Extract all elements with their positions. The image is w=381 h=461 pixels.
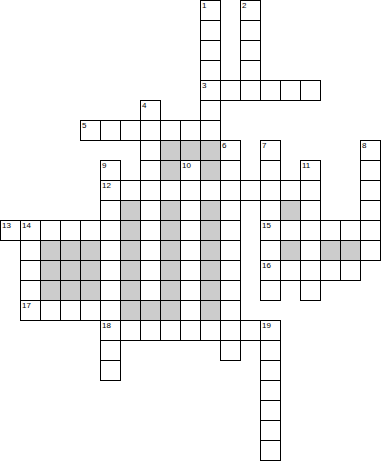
clue-number-1: 1	[202, 1, 206, 10]
cell-r12c13[interactable]	[260, 240, 281, 261]
cell-r14c7[interactable]	[140, 280, 161, 301]
cell-r6c4[interactable]: 5	[80, 120, 101, 141]
cell-r12c1[interactable]	[20, 240, 41, 261]
cell-r18c5[interactable]	[100, 360, 121, 381]
cell-r8c18[interactable]	[360, 160, 381, 181]
cell-r8c11[interactable]	[220, 160, 241, 181]
cell-r16c9[interactable]	[180, 320, 201, 341]
cell-r2c10[interactable]	[200, 40, 221, 61]
cell-r11c7[interactable]	[140, 220, 161, 241]
cell-r11c16[interactable]	[320, 220, 341, 241]
shaded-cell-r12c3	[60, 240, 81, 261]
cell-r7c18[interactable]: 8	[360, 140, 381, 161]
shaded-cell-r14c10	[200, 280, 221, 301]
cell-r11c3[interactable]	[60, 220, 81, 241]
cell-r16c11[interactable]	[220, 320, 241, 341]
cell-r16c13[interactable]: 19	[260, 320, 281, 341]
crossword-page: 12345678910111213141516171819	[0, 0, 381, 461]
cell-r10c15[interactable]	[300, 200, 321, 221]
cell-r10c5[interactable]	[100, 200, 121, 221]
shaded-cell-r12c16	[320, 240, 341, 261]
shaded-cell-r11c6	[120, 220, 141, 241]
cell-r11c4[interactable]	[80, 220, 101, 241]
clue-number-17: 17	[22, 301, 31, 310]
shaded-cell-r7c8	[160, 140, 181, 161]
shaded-cell-r10c14	[280, 200, 301, 221]
cell-r15c4[interactable]	[80, 300, 101, 321]
cell-r2c12[interactable]	[240, 40, 261, 61]
cell-r6c7[interactable]	[140, 120, 161, 141]
shaded-cell-r15c6	[120, 300, 141, 321]
shaded-cell-r13c6	[120, 260, 141, 281]
cell-r9c10[interactable]	[200, 180, 221, 201]
cell-r14c5[interactable]	[100, 280, 121, 301]
shaded-cell-r12c8	[160, 240, 181, 261]
shaded-cell-r14c4	[80, 280, 101, 301]
cell-r15c1[interactable]: 17	[20, 300, 41, 321]
cell-r0c12[interactable]: 2	[240, 0, 261, 21]
shaded-cell-r12c4	[80, 240, 101, 261]
cell-r6c10[interactable]	[200, 120, 221, 141]
cell-r7c11[interactable]: 6	[220, 140, 241, 161]
shaded-cell-r7c10	[200, 140, 221, 161]
cell-r10c9[interactable]	[180, 200, 201, 221]
cell-r12c7[interactable]	[140, 240, 161, 261]
cell-r13c17[interactable]	[340, 260, 361, 281]
cell-r10c18[interactable]	[360, 200, 381, 221]
cell-r1c12[interactable]	[240, 20, 261, 41]
cell-r9c13[interactable]	[260, 180, 281, 201]
cell-r19c13[interactable]	[260, 380, 281, 401]
cell-r15c2[interactable]	[40, 300, 61, 321]
cell-r21c13[interactable]	[260, 420, 281, 441]
cell-r11c9[interactable]	[180, 220, 201, 241]
cell-r15c9[interactable]	[180, 300, 201, 321]
cell-r5c10[interactable]	[200, 100, 221, 121]
cell-r14c13[interactable]	[260, 280, 281, 301]
cell-r13c13[interactable]: 16	[260, 260, 281, 281]
cell-r9c12[interactable]	[240, 180, 261, 201]
cell-r13c16[interactable]	[320, 260, 341, 281]
cell-r4c14[interactable]	[280, 80, 301, 101]
cell-r8c5[interactable]: 9	[100, 160, 121, 181]
cell-r17c11[interactable]	[220, 340, 241, 361]
cell-r4c15[interactable]	[300, 80, 321, 101]
cell-r9c18[interactable]	[360, 180, 381, 201]
cell-r6c5[interactable]	[100, 120, 121, 141]
cell-r12c18[interactable]	[360, 240, 381, 261]
shaded-cell-r15c10	[200, 300, 221, 321]
cell-r11c17[interactable]	[340, 220, 361, 241]
cell-r4c13[interactable]	[260, 80, 281, 101]
shaded-cell-r12c10	[200, 240, 221, 261]
shaded-cell-r12c14	[280, 240, 301, 261]
shaded-cell-r11c8	[160, 220, 181, 241]
shaded-cell-r15c7	[140, 300, 161, 321]
clue-number-13: 13	[2, 221, 11, 230]
cell-r4c10[interactable]: 3	[200, 80, 221, 101]
cell-r13c11[interactable]	[220, 260, 241, 281]
cell-r8c13[interactable]	[260, 160, 281, 181]
cell-r1c10[interactable]	[200, 20, 221, 41]
shaded-cell-r14c8	[160, 280, 181, 301]
cell-r9c11[interactable]	[220, 180, 241, 201]
cell-r11c1[interactable]: 14	[20, 220, 41, 241]
shaded-cell-r13c3	[60, 260, 81, 281]
cell-r12c5[interactable]	[100, 240, 121, 261]
cell-r9c6[interactable]	[120, 180, 141, 201]
cell-r18c13[interactable]	[260, 360, 281, 381]
cell-r22c13[interactable]	[260, 440, 281, 461]
cell-r7c13[interactable]: 7	[260, 140, 281, 161]
clue-number-18: 18	[102, 321, 111, 330]
shaded-cell-r10c6	[120, 200, 141, 221]
cell-r11c14[interactable]	[280, 220, 301, 241]
cell-r16c6[interactable]	[120, 320, 141, 341]
clue-number-2: 2	[242, 1, 246, 10]
shaded-cell-r10c8	[160, 200, 181, 221]
clue-number-11: 11	[302, 161, 310, 170]
clue-number-15: 15	[262, 221, 271, 230]
cell-r8c7[interactable]	[140, 160, 161, 181]
cell-r14c1[interactable]	[20, 280, 41, 301]
clue-number-16: 16	[262, 261, 271, 270]
shaded-cell-r12c17	[340, 240, 361, 261]
clue-number-19: 19	[262, 321, 271, 330]
cell-r9c7[interactable]	[140, 180, 161, 201]
cell-r5c7[interactable]: 4	[140, 100, 161, 121]
shaded-cell-r14c6	[120, 280, 141, 301]
cell-r14c11[interactable]	[220, 280, 241, 301]
cell-r14c15[interactable]	[300, 280, 321, 301]
shaded-cell-r13c2	[40, 260, 61, 281]
cell-r20c13[interactable]	[260, 400, 281, 421]
cell-r13c14[interactable]	[280, 260, 301, 281]
cell-r3c12[interactable]	[240, 60, 261, 81]
cell-r11c2[interactable]	[40, 220, 61, 241]
cell-r4c12[interactable]	[240, 80, 261, 101]
cell-r9c14[interactable]	[280, 180, 301, 201]
cell-r14c9[interactable]	[180, 280, 201, 301]
cell-r3c10[interactable]	[200, 60, 221, 81]
cell-r12c15[interactable]	[300, 240, 321, 261]
cell-r9c8[interactable]	[160, 180, 181, 201]
cell-r17c13[interactable]	[260, 340, 281, 361]
cell-r17c5[interactable]	[100, 340, 121, 361]
shaded-cell-r14c2	[40, 280, 61, 301]
shaded-cell-r15c8	[160, 300, 181, 321]
shaded-cell-r13c8	[160, 260, 181, 281]
cell-r11c11[interactable]	[220, 220, 241, 241]
clue-number-3: 3	[202, 81, 206, 90]
clue-number-9: 9	[102, 161, 106, 170]
cell-r13c1[interactable]	[20, 260, 41, 281]
cell-r11c5[interactable]	[100, 220, 121, 241]
cell-r8c9[interactable]: 10	[180, 160, 201, 181]
cell-r6c6[interactable]	[120, 120, 141, 141]
cell-r16c7[interactable]	[140, 320, 161, 341]
cell-r10c11[interactable]	[220, 200, 241, 221]
cell-r13c9[interactable]	[180, 260, 201, 281]
shaded-cell-r8c10	[200, 160, 221, 181]
cell-r11c15[interactable]	[300, 220, 321, 241]
cell-r15c11[interactable]	[220, 300, 241, 321]
cell-r15c3[interactable]	[60, 300, 81, 321]
cell-r12c9[interactable]	[180, 240, 201, 261]
shaded-cell-r8c8	[160, 160, 181, 181]
shaded-cell-r14c3	[60, 280, 81, 301]
cell-r6c8[interactable]	[160, 120, 181, 141]
clue-number-12: 12	[102, 181, 111, 190]
shaded-cell-r10c10	[200, 200, 221, 221]
shaded-cell-r13c4	[80, 260, 101, 281]
cell-r6c9[interactable]	[180, 120, 201, 141]
clue-number-7: 7	[262, 141, 266, 150]
cell-r4c11[interactable]	[220, 80, 241, 101]
clue-number-5: 5	[82, 121, 86, 130]
cell-r11c0[interactable]: 13	[0, 220, 21, 241]
cell-r15c5[interactable]	[100, 300, 121, 321]
cell-r16c8[interactable]	[160, 320, 181, 341]
shaded-cell-r12c2	[40, 240, 61, 261]
clue-number-8: 8	[362, 141, 366, 150]
cell-r12c11[interactable]	[220, 240, 241, 261]
cell-r13c15[interactable]	[300, 260, 321, 281]
cell-r7c7[interactable]	[140, 140, 161, 161]
shaded-cell-r7c9	[180, 140, 201, 161]
cell-r11c13[interactable]: 15	[260, 220, 281, 241]
shaded-cell-r11c10	[200, 220, 221, 241]
cell-r13c7[interactable]	[140, 260, 161, 281]
cell-r9c9[interactable]	[180, 180, 201, 201]
cell-r11c18[interactable]	[360, 220, 381, 241]
clue-number-6: 6	[222, 141, 226, 150]
cell-r8c15[interactable]: 11	[300, 160, 321, 181]
cell-r9c5[interactable]: 12	[100, 180, 121, 201]
cell-r9c15[interactable]	[300, 180, 321, 201]
cell-r16c10[interactable]	[200, 320, 221, 341]
clue-number-10: 10	[182, 161, 191, 170]
clue-number-14: 14	[22, 221, 31, 230]
shaded-cell-r12c6	[120, 240, 141, 261]
cell-r16c5[interactable]: 18	[100, 320, 121, 341]
cell-r10c7[interactable]	[140, 200, 161, 221]
shaded-cell-r13c10	[200, 260, 221, 281]
cell-r13c5[interactable]	[100, 260, 121, 281]
cell-r16c12[interactable]	[240, 320, 261, 341]
cell-r10c13[interactable]	[260, 200, 281, 221]
cell-r0c10[interactable]: 1	[200, 0, 221, 21]
clue-number-4: 4	[142, 101, 146, 110]
